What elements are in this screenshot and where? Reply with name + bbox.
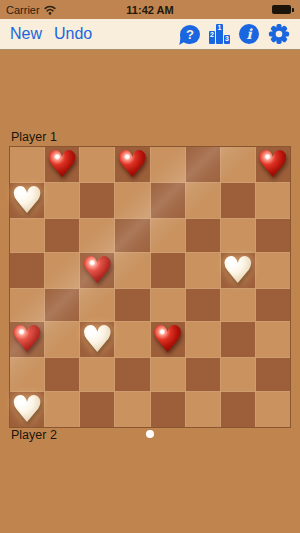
square-r7c2[interactable] bbox=[45, 358, 79, 391]
page-indicator-dot[interactable] bbox=[146, 430, 154, 438]
square-r1c6[interactable] bbox=[186, 147, 220, 182]
square-r1c5[interactable] bbox=[151, 147, 185, 182]
square-r5c7[interactable] bbox=[221, 289, 255, 322]
red-heart-piece[interactable]: ♥ bbox=[256, 147, 289, 182]
square-r2c1[interactable]: ♥ bbox=[10, 183, 44, 218]
leaderboard-bar-2: 2 bbox=[209, 31, 215, 44]
square-r7c5[interactable] bbox=[151, 358, 185, 391]
leaderboard-bar-3: 3 bbox=[224, 35, 230, 44]
square-r1c4[interactable]: ♥ bbox=[115, 147, 149, 182]
square-r2c2[interactable] bbox=[45, 183, 79, 218]
square-r3c2[interactable] bbox=[45, 219, 79, 252]
square-r6c4[interactable] bbox=[115, 322, 149, 357]
square-r5c6[interactable] bbox=[186, 289, 220, 322]
white-heart-piece[interactable]: ♥ bbox=[81, 322, 114, 357]
battery-body bbox=[272, 5, 291, 14]
carrier-label: Carrier bbox=[6, 4, 40, 16]
square-r4c4[interactable] bbox=[115, 253, 149, 288]
square-r8c5[interactable] bbox=[151, 392, 185, 427]
square-r8c4[interactable] bbox=[115, 392, 149, 427]
square-r2c8[interactable] bbox=[256, 183, 290, 218]
square-r3c3[interactable] bbox=[80, 219, 114, 252]
undo-button[interactable]: Undo bbox=[54, 25, 92, 43]
red-heart-piece[interactable]: ♥ bbox=[151, 322, 184, 357]
square-r1c2[interactable]: ♥ bbox=[45, 147, 79, 182]
square-r1c3[interactable] bbox=[80, 147, 114, 182]
battery-icon bbox=[272, 5, 294, 14]
square-r6c6[interactable] bbox=[186, 322, 220, 357]
square-r5c2[interactable] bbox=[45, 289, 79, 322]
help-icon[interactable]: ? bbox=[180, 25, 200, 44]
red-heart-piece[interactable]: ♥ bbox=[10, 322, 43, 357]
square-r4c7[interactable]: ♥ bbox=[221, 253, 255, 288]
new-button[interactable]: New bbox=[10, 25, 42, 43]
battery-tip bbox=[292, 8, 294, 12]
player2-label: Player 2 bbox=[11, 428, 57, 442]
square-r8c8[interactable] bbox=[256, 392, 290, 427]
square-r4c5[interactable] bbox=[151, 253, 185, 288]
square-r2c5[interactable] bbox=[151, 183, 185, 218]
square-r2c6[interactable] bbox=[186, 183, 220, 218]
white-heart-piece[interactable]: ♥ bbox=[221, 253, 254, 288]
square-r8c6[interactable] bbox=[186, 392, 220, 427]
nav-icon-group: ? 2 1 3 i bbox=[180, 23, 290, 45]
square-r2c3[interactable] bbox=[80, 183, 114, 218]
leaderboard-icon[interactable]: 2 1 3 bbox=[209, 24, 230, 44]
carrier-area: Carrier bbox=[6, 4, 56, 16]
status-bar: Carrier 11:42 AM bbox=[0, 0, 300, 19]
square-r4c8[interactable] bbox=[256, 253, 290, 288]
red-heart-piece[interactable]: ♥ bbox=[116, 147, 149, 182]
square-r6c1[interactable]: ♥ bbox=[10, 322, 44, 357]
square-r7c6[interactable] bbox=[186, 358, 220, 391]
square-r8c3[interactable] bbox=[80, 392, 114, 427]
square-r4c1[interactable] bbox=[10, 253, 44, 288]
leaderboard-bar-1: 1 bbox=[216, 24, 223, 44]
square-r2c4[interactable] bbox=[115, 183, 149, 218]
square-r7c4[interactable] bbox=[115, 358, 149, 391]
square-r7c8[interactable] bbox=[256, 358, 290, 391]
square-r4c6[interactable] bbox=[186, 253, 220, 288]
square-r7c7[interactable] bbox=[221, 358, 255, 391]
game-area: Player 1 ♥♥♥♥♥♥♥♥♥♥ Player 2 bbox=[0, 50, 300, 533]
app-screen: Carrier 11:42 AM New Undo ? 2 1 bbox=[0, 0, 300, 533]
player1-label: Player 1 bbox=[11, 130, 57, 144]
board: ♥♥♥♥♥♥♥♥♥♥ bbox=[9, 146, 291, 428]
square-r1c8[interactable]: ♥ bbox=[256, 147, 290, 182]
square-r1c1[interactable] bbox=[10, 147, 44, 182]
square-r6c3[interactable]: ♥ bbox=[80, 322, 114, 357]
square-r3c6[interactable] bbox=[186, 219, 220, 252]
square-r2c7[interactable] bbox=[221, 183, 255, 218]
square-r6c2[interactable] bbox=[45, 322, 79, 357]
info-glyph: i bbox=[246, 26, 251, 42]
square-r7c3[interactable] bbox=[80, 358, 114, 391]
red-heart-piece[interactable]: ♥ bbox=[81, 253, 114, 288]
square-r5c8[interactable] bbox=[256, 289, 290, 322]
square-r3c5[interactable] bbox=[151, 219, 185, 252]
settings-icon[interactable] bbox=[268, 23, 290, 45]
white-heart-piece[interactable]: ♥ bbox=[10, 183, 43, 218]
square-r6c8[interactable] bbox=[256, 322, 290, 357]
square-r8c7[interactable] bbox=[221, 392, 255, 427]
help-glyph: ? bbox=[186, 27, 194, 42]
square-r8c1[interactable]: ♥ bbox=[10, 392, 44, 427]
red-heart-piece[interactable]: ♥ bbox=[46, 147, 79, 182]
square-r4c3[interactable]: ♥ bbox=[80, 253, 114, 288]
square-r3c8[interactable] bbox=[256, 219, 290, 252]
square-r4c2[interactable] bbox=[45, 253, 79, 288]
square-r3c7[interactable] bbox=[221, 219, 255, 252]
square-r3c1[interactable] bbox=[10, 219, 44, 252]
square-r7c1[interactable] bbox=[10, 358, 44, 391]
square-r6c5[interactable]: ♥ bbox=[151, 322, 185, 357]
square-r5c5[interactable] bbox=[151, 289, 185, 322]
info-icon[interactable]: i bbox=[239, 24, 259, 44]
wifi-icon bbox=[44, 5, 56, 15]
white-heart-piece[interactable]: ♥ bbox=[10, 392, 43, 427]
square-r6c7[interactable] bbox=[221, 322, 255, 357]
square-r1c7[interactable] bbox=[221, 147, 255, 182]
square-r8c2[interactable] bbox=[45, 392, 79, 427]
navigation-bar: New Undo ? 2 1 3 i bbox=[0, 19, 300, 50]
square-r5c3[interactable] bbox=[80, 289, 114, 322]
square-r5c4[interactable] bbox=[115, 289, 149, 322]
square-r5c1[interactable] bbox=[10, 289, 44, 322]
square-r3c4[interactable] bbox=[115, 219, 149, 252]
